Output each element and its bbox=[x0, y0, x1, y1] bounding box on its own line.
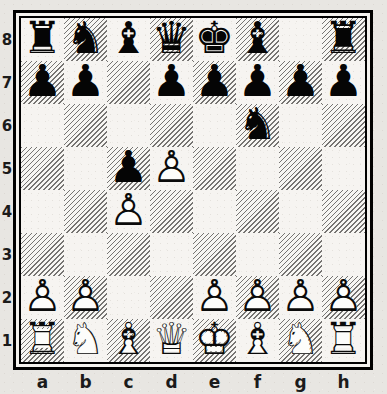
square-d3[interactable] bbox=[150, 233, 193, 276]
black-pawn-d7[interactable]: ♟ bbox=[150, 61, 193, 104]
square-b6[interactable] bbox=[64, 104, 107, 147]
square-h5[interactable] bbox=[322, 147, 365, 190]
square-e4[interactable] bbox=[193, 190, 236, 233]
white-piece-outline: ♙ bbox=[21, 274, 64, 317]
square-c4[interactable]: ♟♙ bbox=[107, 190, 150, 233]
square-c7[interactable] bbox=[107, 61, 150, 104]
square-f6[interactable]: ♞ bbox=[236, 104, 279, 147]
black-piece-glyph: ♜ bbox=[21, 16, 64, 59]
white-piece-outline: ♙ bbox=[107, 188, 150, 231]
square-g6[interactable] bbox=[279, 104, 322, 147]
square-f4[interactable] bbox=[236, 190, 279, 233]
rank-label-6: 6 bbox=[0, 104, 14, 147]
white-piece-outline: ♗ bbox=[107, 317, 150, 360]
square-g4[interactable] bbox=[279, 190, 322, 233]
square-h6[interactable] bbox=[322, 104, 365, 147]
square-b1[interactable]: ♞♘ bbox=[64, 319, 107, 362]
white-piece-outline: ♖ bbox=[21, 317, 64, 360]
square-a4[interactable] bbox=[21, 190, 64, 233]
rank-label-5: 5 bbox=[0, 147, 14, 190]
black-piece-glyph: ♟ bbox=[193, 59, 236, 102]
square-e1[interactable]: ♚♔ bbox=[193, 319, 236, 362]
square-a6[interactable] bbox=[21, 104, 64, 147]
white-rook-a1[interactable]: ♜♖ bbox=[21, 319, 64, 362]
square-a1[interactable]: ♜♖ bbox=[21, 319, 64, 362]
square-c8[interactable]: ♝ bbox=[107, 18, 150, 61]
black-piece-glyph: ♟ bbox=[150, 59, 193, 102]
white-bishop-f1[interactable]: ♝♗ bbox=[236, 319, 279, 362]
rank-labels: 87654321 bbox=[0, 18, 14, 362]
white-rook-h1[interactable]: ♜♖ bbox=[322, 319, 365, 362]
black-piece-glyph: ♞ bbox=[64, 16, 107, 59]
white-piece-outline: ♖ bbox=[322, 317, 365, 360]
white-piece-outline: ♙ bbox=[322, 274, 365, 317]
square-c1[interactable]: ♝♗ bbox=[107, 319, 150, 362]
square-g1[interactable]: ♞♘ bbox=[279, 319, 322, 362]
white-piece-outline: ♙ bbox=[150, 145, 193, 188]
black-piece-glyph: ♞ bbox=[236, 102, 279, 145]
black-pawn-g7[interactable]: ♟ bbox=[279, 61, 322, 104]
rank-label-4: 4 bbox=[0, 190, 14, 233]
file-label-f: f bbox=[236, 371, 279, 393]
square-h4[interactable] bbox=[322, 190, 365, 233]
square-d4[interactable] bbox=[150, 190, 193, 233]
board: ♜♞♝♛♚♝♜♟♟♟♟♟♟♟♞♟♟♙♟♙♟♙♟♙♟♙♟♙♟♙♟♙♜♖♞♘♝♗♛♕… bbox=[19, 16, 367, 364]
square-c3[interactable] bbox=[107, 233, 150, 276]
white-knight-g1[interactable]: ♞♘ bbox=[279, 319, 322, 362]
white-piece-outline: ♙ bbox=[193, 274, 236, 317]
white-piece-outline: ♘ bbox=[279, 317, 322, 360]
square-g7[interactable]: ♟ bbox=[279, 61, 322, 104]
chess-diagram: 87654321 ♜♞♝♛♚♝♜♟♟♟♟♟♟♟♞♟♟♙♟♙♟♙♟♙♟♙♟♙♟♙♟… bbox=[0, 0, 387, 394]
file-label-h: h bbox=[322, 371, 365, 393]
white-queen-d1[interactable]: ♛♕ bbox=[150, 319, 193, 362]
white-pawn-d5[interactable]: ♟♙ bbox=[150, 147, 193, 190]
black-piece-glyph: ♟ bbox=[64, 59, 107, 102]
square-f1[interactable]: ♝♗ bbox=[236, 319, 279, 362]
white-piece-outline: ♗ bbox=[236, 317, 279, 360]
square-f5[interactable] bbox=[236, 147, 279, 190]
black-pawn-h7[interactable]: ♟ bbox=[322, 61, 365, 104]
black-piece-glyph: ♝ bbox=[107, 16, 150, 59]
file-label-d: d bbox=[150, 371, 193, 393]
square-a5[interactable] bbox=[21, 147, 64, 190]
white-piece-outline: ♕ bbox=[150, 317, 193, 360]
white-knight-b1[interactable]: ♞♘ bbox=[64, 319, 107, 362]
square-b4[interactable] bbox=[64, 190, 107, 233]
square-e6[interactable] bbox=[193, 104, 236, 147]
black-piece-glyph: ♟ bbox=[322, 59, 365, 102]
square-h1[interactable]: ♜♖ bbox=[322, 319, 365, 362]
file-label-b: b bbox=[64, 371, 107, 393]
rank-label-1: 1 bbox=[0, 319, 14, 362]
file-labels: abcdefgh bbox=[21, 371, 365, 393]
file-label-e: e bbox=[193, 371, 236, 393]
square-e7[interactable]: ♟ bbox=[193, 61, 236, 104]
file-label-g: g bbox=[279, 371, 322, 393]
white-piece-outline: ♘ bbox=[64, 317, 107, 360]
black-pawn-a7[interactable]: ♟ bbox=[21, 61, 64, 104]
white-piece-outline: ♙ bbox=[236, 274, 279, 317]
white-piece-outline: ♔ bbox=[193, 317, 236, 360]
file-label-c: c bbox=[107, 371, 150, 393]
square-b5[interactable] bbox=[64, 147, 107, 190]
white-bishop-c1[interactable]: ♝♗ bbox=[107, 319, 150, 362]
rank-label-8: 8 bbox=[0, 18, 14, 61]
black-piece-glyph: ♜ bbox=[322, 16, 365, 59]
white-piece-outline: ♙ bbox=[279, 274, 322, 317]
square-d7[interactable]: ♟ bbox=[150, 61, 193, 104]
square-b7[interactable]: ♟ bbox=[64, 61, 107, 104]
black-piece-glyph: ♟ bbox=[279, 59, 322, 102]
rank-label-2: 2 bbox=[0, 276, 14, 319]
square-e5[interactable] bbox=[193, 147, 236, 190]
black-piece-glyph: ♝ bbox=[236, 16, 279, 59]
file-label-a: a bbox=[21, 371, 64, 393]
square-d5[interactable]: ♟♙ bbox=[150, 147, 193, 190]
square-a7[interactable]: ♟ bbox=[21, 61, 64, 104]
square-d1[interactable]: ♛♕ bbox=[150, 319, 193, 362]
black-piece-glyph: ♚ bbox=[193, 16, 236, 59]
black-piece-glyph: ♟ bbox=[236, 59, 279, 102]
square-g5[interactable] bbox=[279, 147, 322, 190]
black-knight-f6[interactable]: ♞ bbox=[236, 104, 279, 147]
rank-label-3: 3 bbox=[0, 233, 14, 276]
square-h7[interactable]: ♟ bbox=[322, 61, 365, 104]
black-bishop-c8[interactable]: ♝ bbox=[107, 18, 150, 61]
black-piece-glyph: ♟ bbox=[107, 145, 150, 188]
board-frame: ♜♞♝♛♚♝♜♟♟♟♟♟♟♟♞♟♟♙♟♙♟♙♟♙♟♙♟♙♟♙♟♙♜♖♞♘♝♗♛♕… bbox=[13, 10, 373, 370]
rank-label-7: 7 bbox=[0, 61, 14, 104]
white-piece-outline: ♙ bbox=[64, 274, 107, 317]
white-pawn-c4[interactable]: ♟♙ bbox=[107, 190, 150, 233]
white-king-e1[interactable]: ♚♔ bbox=[193, 319, 236, 362]
black-piece-glyph: ♟ bbox=[21, 59, 64, 102]
black-piece-glyph: ♛ bbox=[150, 16, 193, 59]
black-pawn-b7[interactable]: ♟ bbox=[64, 61, 107, 104]
black-pawn-e7[interactable]: ♟ bbox=[193, 61, 236, 104]
